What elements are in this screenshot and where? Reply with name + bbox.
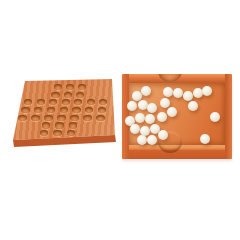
board-hole-r4c6 [96,115,104,121]
board-hole-r4c5 [83,115,91,121]
board-hole-r4c4 [70,115,78,121]
marble-tray [122,74,232,159]
marble [145,114,155,124]
board-hole-r5c3 [55,122,63,128]
marble [130,124,140,134]
marble [188,101,198,111]
board-hole-r1c4 [76,92,84,98]
marble [147,135,157,145]
product-photo [0,0,240,240]
marble [200,134,210,144]
board-hole-r3c4 [72,107,80,113]
board-hole-r1c3 [64,92,72,98]
marble [137,135,147,145]
tray-right-wall [225,74,232,159]
board-hole-r4c0 [18,115,26,121]
marble [135,113,145,123]
board-hole-r4c2 [44,115,52,121]
board-hole-r6c3 [53,130,61,136]
board-hole-r3c3 [60,107,68,113]
marble [157,112,167,122]
board-hole-r5c2 [42,122,50,128]
marble [163,87,173,97]
marble [158,130,168,140]
board-hole-r5c4 [69,122,77,128]
marble [127,101,137,111]
board-hole-r3c0 [21,107,29,113]
board-hole-r1c2 [51,92,59,98]
marble [210,112,220,122]
board-hole-r4c1 [31,115,39,121]
marble [173,88,183,98]
marble [147,103,157,113]
marble [160,98,170,108]
marble [141,86,151,96]
marble [167,107,177,117]
marble [183,91,193,101]
marble [202,86,212,96]
board-hole-r4c3 [57,115,65,121]
